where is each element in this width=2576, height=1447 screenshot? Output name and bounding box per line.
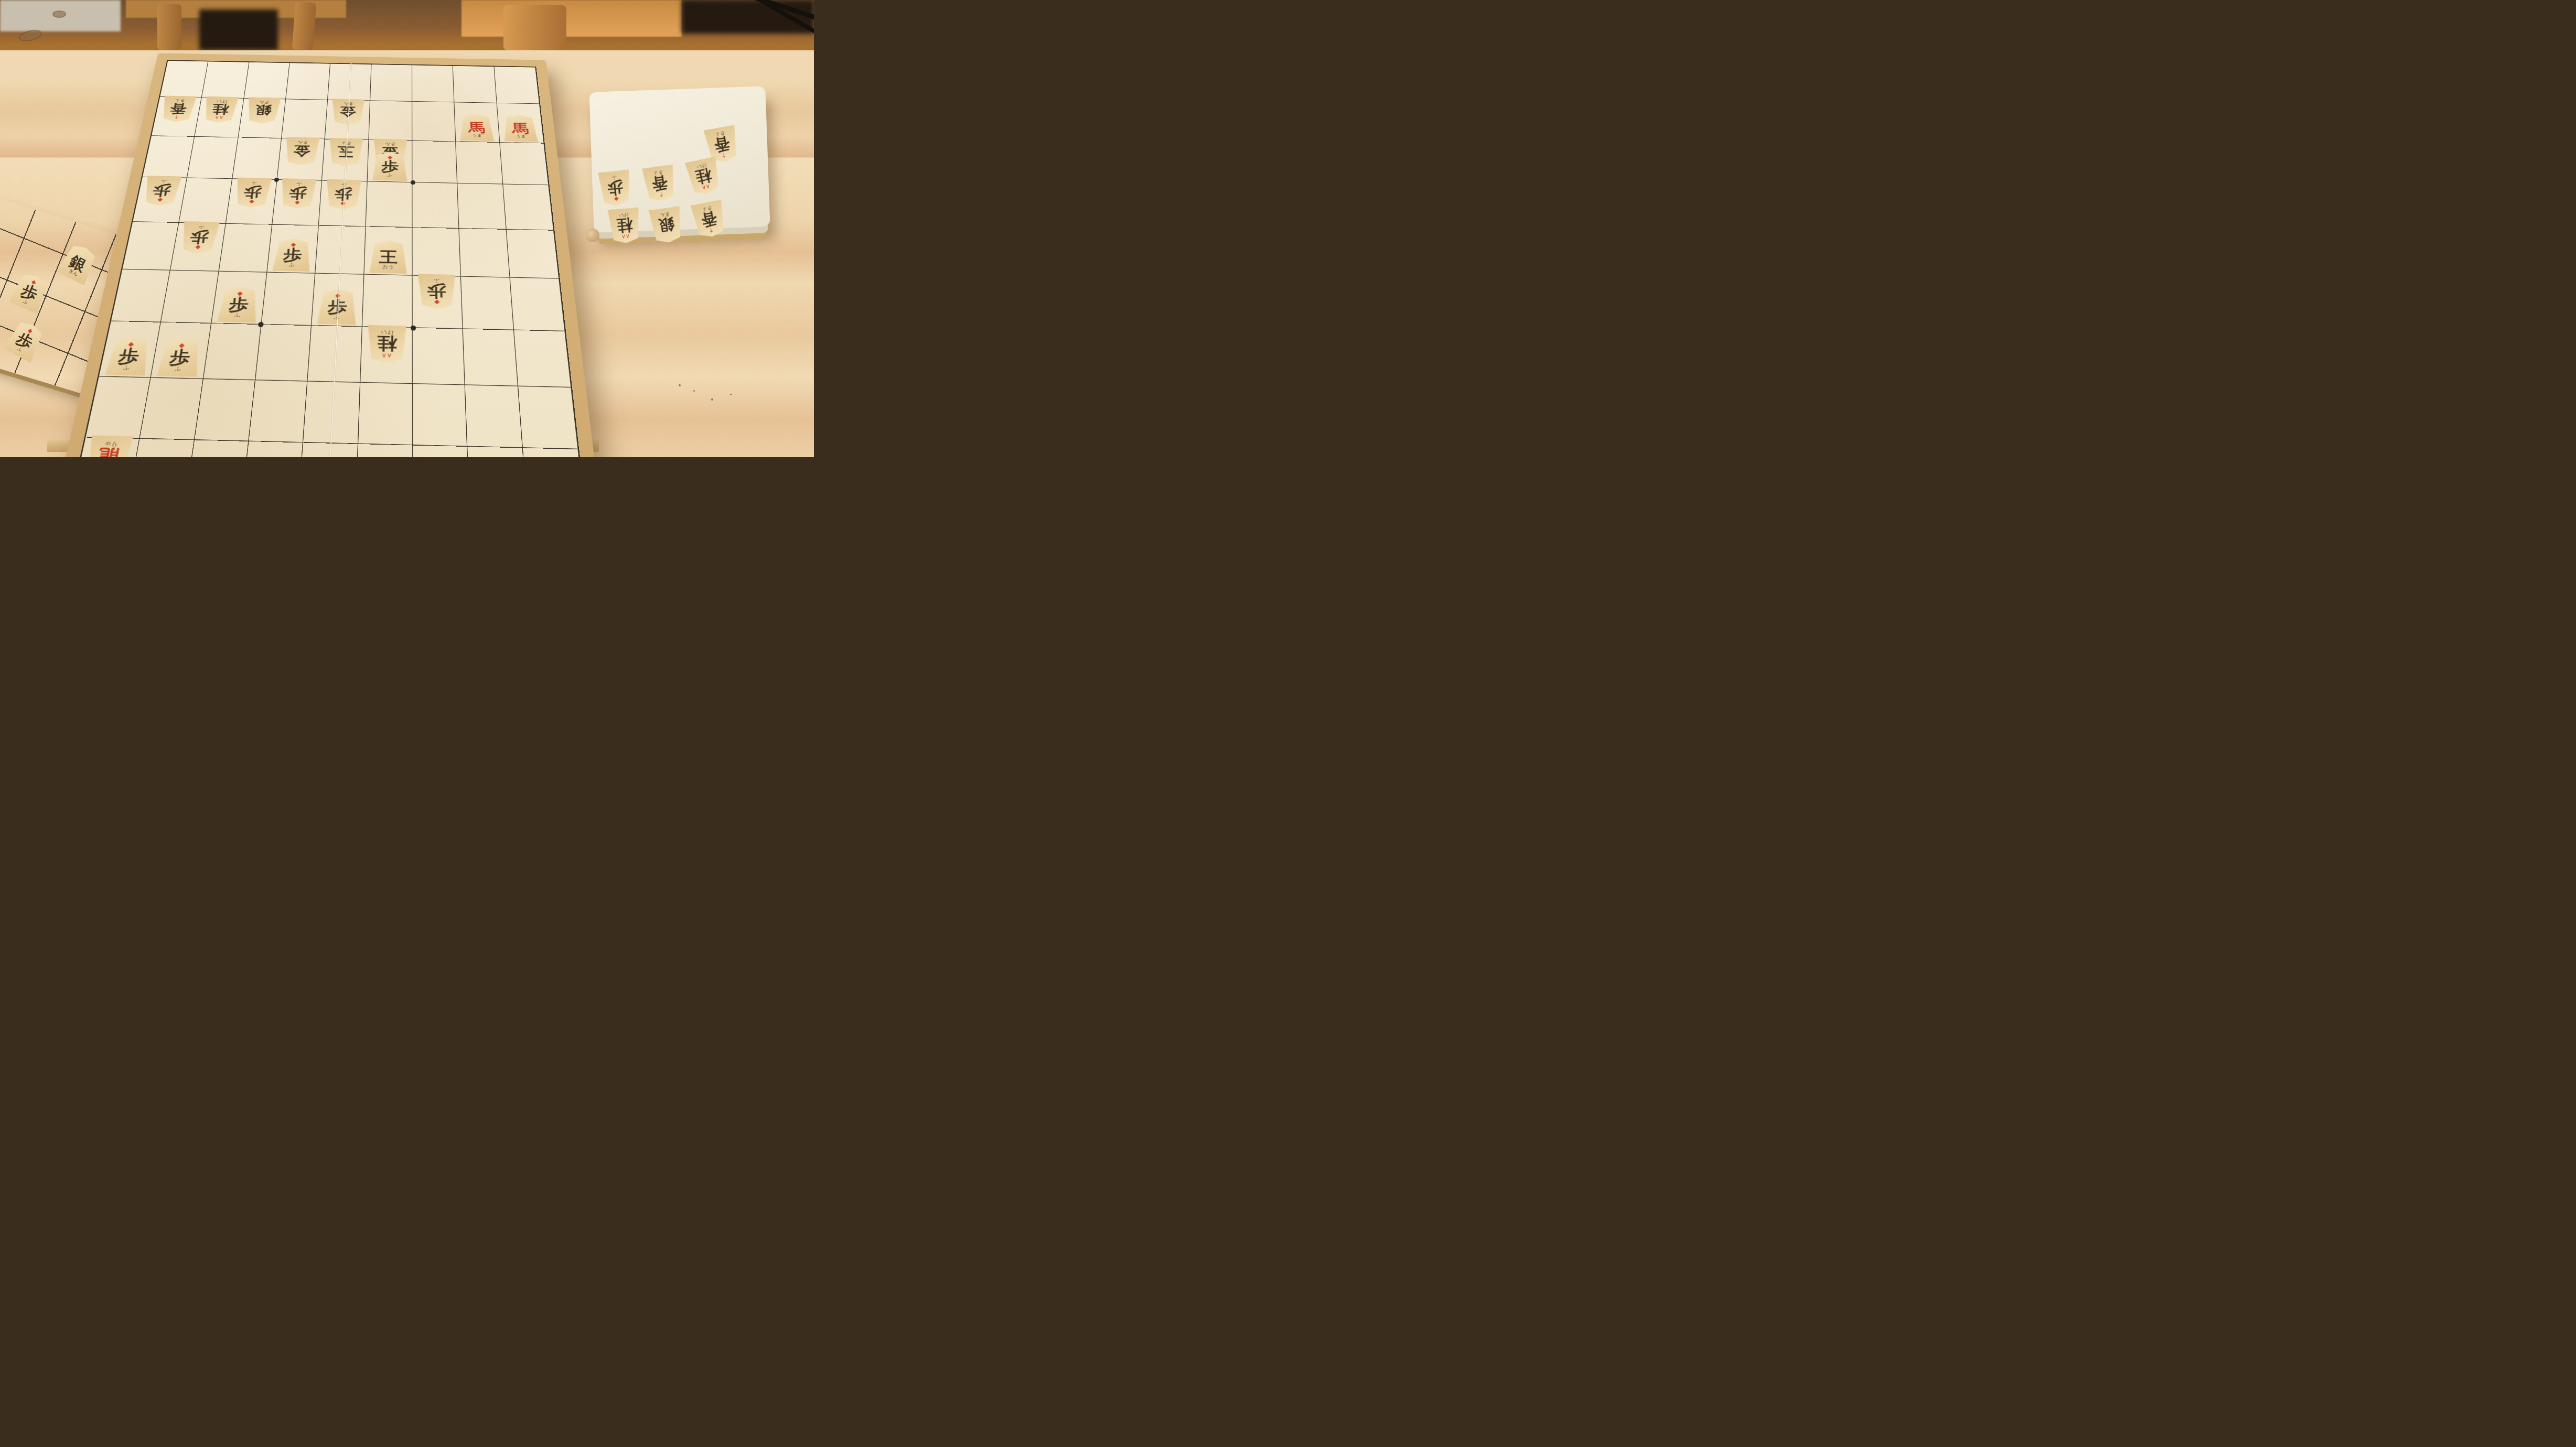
cell-9-5[interactable] [506, 230, 559, 279]
cell-3-3[interactable]: ◆歩ふ [232, 137, 282, 180]
cell-1-6[interactable] [111, 269, 170, 322]
cell-8-5[interactable] [459, 229, 510, 278]
piece-reading: きょ [653, 169, 663, 176]
cell-7-6[interactable] [413, 276, 464, 329]
cell-2-3[interactable] [187, 137, 238, 179]
piece-sente-歩[interactable]: ◆歩ふ [371, 152, 407, 181]
cell-2-4[interactable]: ◆歩ふ [179, 178, 232, 224]
cell-2-7[interactable]: ◆歩ふ [151, 322, 211, 379]
cell-7-9[interactable] [413, 445, 470, 457]
cell-6-8[interactable] [358, 383, 413, 445]
cell-5-9[interactable] [298, 442, 358, 457]
cell-2-6[interactable] [161, 271, 219, 323]
piece-sente-歩[interactable]: ◆歩ふ [156, 338, 203, 377]
photo-scene: { "game": "shogi", "scene_description": … [0, 0, 814, 457]
cell-4-6[interactable] [262, 273, 316, 326]
piece-reading: ふ [16, 347, 23, 353]
cell-3-4[interactable] [226, 179, 277, 225]
piece-reading: ふ [288, 263, 295, 268]
piece-kanji: 王 [379, 250, 398, 265]
piece-kanji: 歩 [381, 160, 398, 174]
captured-piece-stand[interactable]: ↑香きょ◆歩ふ↑香きょ∧∧桂けい∧∧桂けい銀ぎん↑香きょ [589, 86, 770, 233]
cell-3-8[interactable] [195, 379, 255, 441]
cell-9-1[interactable] [494, 67, 539, 104]
hoshi-dot [411, 326, 416, 331]
wood-knot [52, 10, 66, 18]
cell-1-4[interactable] [133, 177, 187, 223]
purple-speck [679, 384, 681, 386]
cell-3-6[interactable]: ◆歩ふ [211, 272, 267, 325]
cell-2-5[interactable] [170, 223, 226, 272]
cell-7-1[interactable] [412, 65, 455, 102]
board-grid: ↑香きょ∧∧桂けい銀ぎん金きん金きん玉ぎょ金きん馬うま馬うま◆歩ふ◆歩ふ◆歩ふ◆… [70, 60, 587, 457]
cell-7-7[interactable] [413, 328, 465, 385]
piece-kanji: 歩 [19, 282, 40, 303]
piece-sente-馬[interactable]: 馬うま [502, 114, 539, 142]
piece-kanji: 銀 [658, 216, 675, 234]
piece-reading: きょ [702, 205, 712, 212]
cell-6-4[interactable] [366, 182, 412, 228]
cell-4-1[interactable] [286, 63, 330, 100]
piece-reading: けい [619, 212, 629, 218]
bench-leg [503, 5, 566, 50]
shadow-gap [199, 9, 278, 50]
piece-sente-馬[interactable]: 馬うま [459, 114, 495, 141]
piece-kanji: 歩 [283, 247, 303, 263]
cell-8-6[interactable] [461, 277, 513, 330]
cell-7-5[interactable]: ◆歩ふ [413, 228, 461, 277]
cell-4-2[interactable]: 金きん [282, 100, 328, 139]
cell-8-8[interactable] [465, 385, 522, 448]
piece-reading: ぎん [660, 211, 670, 217]
hoshi-dot [411, 180, 415, 185]
piece-reading: ふ [123, 365, 130, 371]
piece-sente-歩[interactable]: ◆歩ふ [104, 337, 153, 375]
stool-leg [157, 4, 181, 50]
stool-leg [292, 2, 316, 50]
cell-6-1[interactable] [370, 64, 412, 102]
piece-sente-歩[interactable]: ◆歩ふ [272, 238, 313, 272]
cell-4-5[interactable]: ◆歩ふ [267, 224, 319, 274]
cell-8-2[interactable]: 馬うま [455, 103, 500, 143]
piece-kanji: 歩 [607, 179, 624, 197]
cell-4-8[interactable] [249, 380, 308, 442]
cell-7-2[interactable] [412, 102, 456, 142]
cell-4-9[interactable] [242, 441, 304, 457]
cell-4-3[interactable]: ◆歩ふ [277, 138, 325, 181]
cell-1-7[interactable]: ◆歩ふ [99, 321, 162, 378]
cell-7-4[interactable] [412, 182, 459, 228]
piece-reading: うま [516, 135, 527, 139]
piece-kanji: 馬 [511, 122, 529, 135]
cell-3-7[interactable] [203, 323, 261, 381]
cell-9-4[interactable] [503, 185, 553, 231]
cell-3-2[interactable] [238, 99, 286, 138]
board-surface: ↑香きょ∧∧桂けい銀ぎん金きん金きん玉ぎょ金きん馬うま馬うま◆歩ふ◆歩ふ◆歩ふ◆… [70, 60, 587, 457]
piece-sente-王[interactable]: 王おう [369, 240, 407, 274]
cell-8-3[interactable] [456, 142, 503, 185]
cell-9-9[interactable] [522, 448, 585, 457]
piece-kanji: 香 [651, 174, 669, 192]
cell-8-9[interactable] [468, 446, 528, 457]
cell-3-5[interactable] [219, 224, 272, 273]
piece-gote-桂[interactable]: ∧∧桂けい [607, 207, 642, 244]
piece-reading: きょ [715, 130, 725, 137]
cell-9-3[interactable] [500, 143, 548, 186]
piece-reading: ふ [175, 366, 182, 372]
cell-1-2[interactable] [152, 97, 202, 136]
piece-kanji: 桂 [616, 217, 634, 234]
piece-reading: おう [382, 265, 394, 270]
cell-9-2[interactable]: 馬うま [497, 103, 543, 143]
piece-kanji: 馬 [468, 121, 486, 134]
piece-sente-歩[interactable]: ◆歩ふ [216, 286, 260, 322]
piece-kanji: 歩 [169, 349, 192, 367]
cell-2-2[interactable] [195, 98, 244, 138]
cell-8-1[interactable] [453, 66, 497, 103]
cell-6-6[interactable]: ∧∧桂けい [362, 275, 413, 328]
cell-6-2[interactable]: 金きん [369, 101, 412, 141]
cell-9-7[interactable] [514, 330, 571, 387]
board-plane: ↑香きょ∧∧桂けい銀ぎん金きん金きん玉ぎょ金きん馬うま馬うま◆歩ふ◆歩ふ◆歩ふ◆… [50, 53, 604, 457]
cell-6-3[interactable]: ◆歩ふ [367, 140, 412, 182]
cell-7-8[interactable] [413, 384, 468, 446]
cell-2-1[interactable]: ∧∧桂けい [202, 61, 249, 99]
cell-3-9[interactable] [185, 440, 249, 457]
cell-3-1[interactable]: 銀ぎん [244, 62, 290, 100]
piece-reading: ふ [611, 175, 617, 180]
bench-wood [461, 0, 682, 37]
cell-4-7[interactable] [255, 325, 312, 382]
cell-8-7[interactable] [463, 329, 518, 386]
piece-reading: うま [472, 134, 482, 138]
cell-9-8[interactable] [518, 386, 578, 449]
piece-reading: ふ [387, 173, 392, 178]
cell-6-7[interactable] [360, 327, 413, 384]
cell-1-3[interactable]: ◆歩ふ [143, 136, 195, 178]
purple-speck [693, 390, 695, 392]
cell-4-4[interactable] [272, 180, 322, 225]
purple-speck [711, 398, 713, 401]
cell-7-3[interactable] [412, 141, 457, 183]
tray-knob [586, 228, 600, 242]
piece-kanji: 歩 [117, 348, 141, 366]
cell-8-4[interactable] [458, 183, 507, 230]
cell-1-1[interactable]: ↑香きょ [160, 61, 208, 98]
cell-6-9[interactable] [356, 444, 413, 457]
piece-reading: ふ [234, 312, 241, 318]
cell-9-6[interactable] [510, 278, 564, 331]
background-furniture [0, 0, 814, 50]
piece-kanji: 歩 [228, 296, 249, 313]
piece-reading: ふ [22, 299, 28, 306]
purple-speck [730, 394, 732, 395]
cell-1-5[interactable] [122, 222, 179, 271]
cell-2-8[interactable] [140, 378, 203, 440]
cell-6-5[interactable]: 王おう [364, 226, 413, 276]
piece-gote-銀[interactable]: 銀ぎん [648, 206, 685, 245]
cell-1-9[interactable] [71, 437, 140, 457]
